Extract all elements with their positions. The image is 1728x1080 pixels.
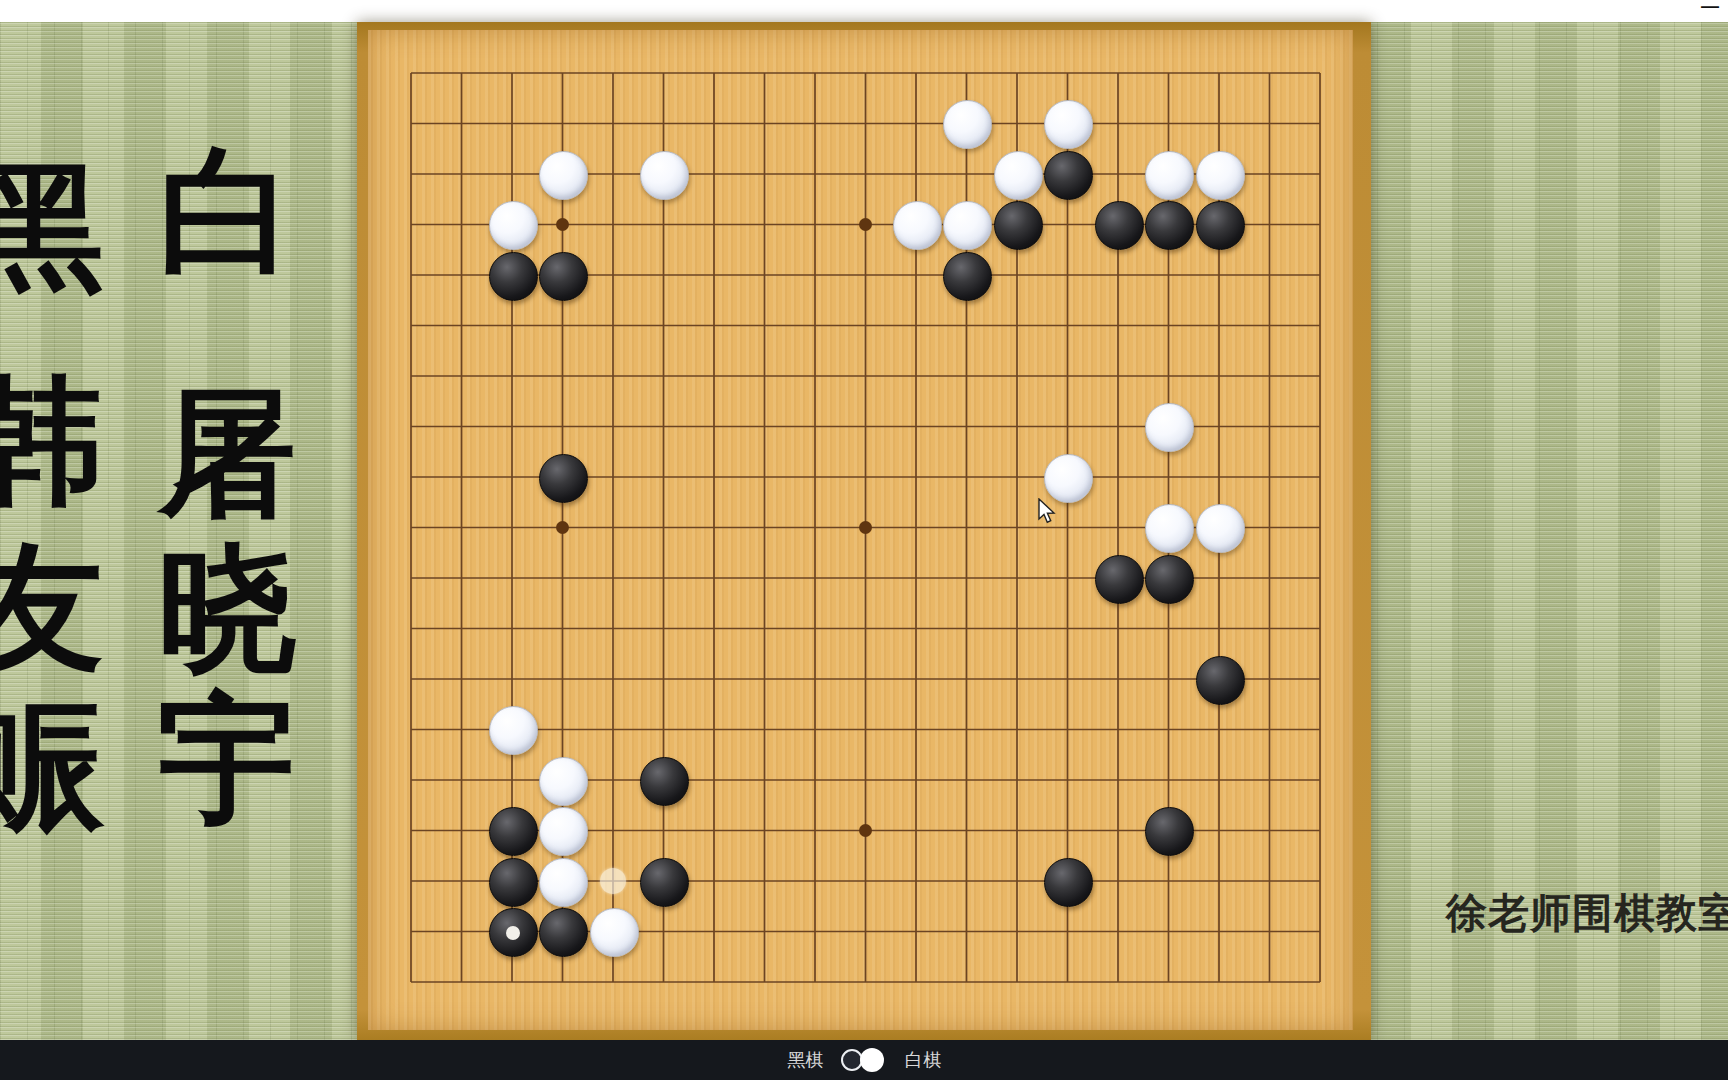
- white-name-char: 宇: [158, 684, 318, 834]
- app-screen: — 黑 韩 友 赈 白 屠 晓 宇 徐老师围棋教室 黑棋 白棋: [0, 0, 1728, 1080]
- stone-white: [489, 201, 538, 250]
- stone-black: [640, 757, 689, 806]
- white-color-char: 白: [158, 136, 318, 286]
- stone-white: [1044, 100, 1093, 149]
- stone-white: [943, 100, 992, 149]
- mouse-cursor: [1038, 498, 1058, 526]
- stone-black: [1095, 201, 1144, 250]
- color-toggle[interactable]: [841, 1047, 887, 1073]
- stone-white: [893, 201, 942, 250]
- stone-black: [943, 252, 992, 301]
- stone-black: [1044, 151, 1093, 200]
- stone-black: [539, 454, 588, 503]
- black-name-char: 赈: [0, 692, 126, 842]
- stone-black: [1095, 555, 1144, 604]
- black-name-char: 友: [0, 532, 126, 682]
- black-name-char: 韩: [0, 366, 126, 516]
- stone-black: [539, 252, 588, 301]
- stone-black: [489, 252, 538, 301]
- white-name-char: 屠: [158, 378, 318, 528]
- toggle-white-circle-icon[interactable]: [860, 1048, 884, 1072]
- stone-black: [489, 858, 538, 907]
- window-title-strip: —: [0, 0, 1728, 22]
- stone-black: [1196, 201, 1245, 250]
- watermark-text: 徐老师围棋教室: [1446, 886, 1728, 941]
- stone-white: [539, 807, 588, 856]
- stone-black: [539, 908, 588, 957]
- stone-white: [590, 908, 639, 957]
- stone-black: [994, 201, 1043, 250]
- stone-black: [1196, 656, 1245, 705]
- white-toggle-label[interactable]: 白棋: [905, 1048, 941, 1072]
- stone-white: [943, 201, 992, 250]
- minimize-icon[interactable]: —: [1700, 0, 1720, 16]
- stone-white: [1196, 504, 1245, 553]
- stone-white: [1196, 151, 1245, 200]
- stone-white: [539, 151, 588, 200]
- ghost-stone-preview: [600, 868, 626, 894]
- stone-black: [640, 858, 689, 907]
- stone-black: [489, 807, 538, 856]
- white-name-char: 晓: [158, 534, 318, 684]
- stone-white: [1145, 151, 1194, 200]
- stone-white: [539, 757, 588, 806]
- black-color-char: 黑: [0, 152, 126, 302]
- stone-black: [1145, 201, 1194, 250]
- stone-white: [489, 706, 538, 755]
- go-board[interactable]: [357, 22, 1371, 1040]
- stone-black: [1145, 807, 1194, 856]
- stone-white: [1044, 454, 1093, 503]
- stone-white: [1145, 504, 1194, 553]
- stone-white: [994, 151, 1043, 200]
- stone-black: [1145, 555, 1194, 604]
- stone-white: [1145, 403, 1194, 452]
- last-move-marker: [506, 926, 520, 940]
- stone-white: [640, 151, 689, 200]
- stone-white: [539, 858, 588, 907]
- black-toggle-label[interactable]: 黑棋: [787, 1048, 823, 1072]
- stone-black: [1044, 858, 1093, 907]
- bottom-bar: 黑棋 白棋: [0, 1040, 1728, 1080]
- stone-black: [489, 908, 538, 957]
